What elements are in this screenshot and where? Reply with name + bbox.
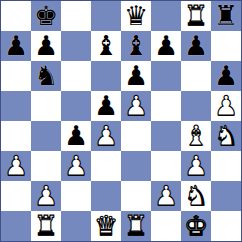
square-d6[interactable] [91, 61, 121, 91]
black-pawn-piece[interactable]: ♟ [184, 31, 208, 61]
square-a6[interactable] [1, 61, 31, 91]
white-pawn-piece[interactable]: ♟ [124, 91, 148, 121]
square-e5[interactable]: ♟ [121, 91, 151, 121]
white-pawn-piece[interactable]: ♟ [34, 181, 58, 211]
white-rook-piece[interactable]: ♜ [184, 1, 208, 31]
square-h4[interactable]: ♞ [211, 121, 241, 151]
square-d8[interactable] [91, 1, 121, 31]
square-c3[interactable]: ♟ [61, 151, 91, 181]
square-d5[interactable]: ♟ [91, 91, 121, 121]
square-b7[interactable]: ♟ [31, 31, 61, 61]
square-f6[interactable] [151, 61, 181, 91]
square-f2[interactable]: ♟ [151, 181, 181, 211]
square-h1[interactable] [211, 211, 241, 241]
square-a2[interactable] [1, 181, 31, 211]
white-knight-piece[interactable]: ♞ [184, 181, 208, 211]
black-knight-piece[interactable]: ♞ [34, 61, 58, 91]
square-c8[interactable] [61, 1, 91, 31]
black-bishop-piece[interactable]: ♝ [94, 31, 118, 61]
square-h2[interactable] [211, 181, 241, 211]
square-c6[interactable] [61, 61, 91, 91]
black-pawn-piece[interactable]: ♟ [4, 31, 28, 61]
square-h6[interactable]: ♟ [211, 61, 241, 91]
square-b5[interactable] [31, 91, 61, 121]
white-queen-piece[interactable]: ♛ [94, 211, 118, 241]
square-h8[interactable]: ♜ [211, 1, 241, 31]
square-c7[interactable] [61, 31, 91, 61]
square-g8[interactable]: ♜ [181, 1, 211, 31]
square-e2[interactable] [121, 181, 151, 211]
square-a8[interactable] [1, 1, 31, 31]
square-g1[interactable]: ♚ [181, 211, 211, 241]
square-g3[interactable]: ♟ [181, 151, 211, 181]
black-king-piece[interactable]: ♚ [34, 1, 58, 31]
square-g2[interactable]: ♞ [181, 181, 211, 211]
white-pawn-piece[interactable]: ♟ [64, 151, 88, 181]
white-pawn-piece[interactable]: ♟ [4, 151, 28, 181]
square-a5[interactable] [1, 91, 31, 121]
square-h3[interactable] [211, 151, 241, 181]
white-bishop-piece[interactable]: ♝ [184, 121, 208, 151]
square-g5[interactable] [181, 91, 211, 121]
square-d3[interactable] [91, 151, 121, 181]
square-f8[interactable] [151, 1, 181, 31]
square-e3[interactable] [121, 151, 151, 181]
white-pawn-piece[interactable]: ♟ [154, 181, 178, 211]
white-rook-piece[interactable]: ♜ [34, 211, 58, 241]
white-king-piece[interactable]: ♚ [184, 211, 208, 241]
chess-board: ♚♛♜♜♟♟♝♝♟♟♞♟♟♟♟♟♟♟♝♞♟♟♟♟♟♞♜♛♜♚ [1, 1, 241, 241]
square-c5[interactable] [61, 91, 91, 121]
white-rook-piece[interactable]: ♜ [124, 211, 148, 241]
chess-board-frame: ♚♛♜♜♟♟♝♝♟♟♞♟♟♟♟♟♟♟♝♞♟♟♟♟♟♞♜♛♜♚ [0, 0, 242, 242]
square-f5[interactable] [151, 91, 181, 121]
square-b2[interactable]: ♟ [31, 181, 61, 211]
black-pawn-piece[interactable]: ♟ [34, 31, 58, 61]
square-e6[interactable]: ♟ [121, 61, 151, 91]
black-pawn-piece[interactable]: ♟ [214, 61, 238, 91]
square-b4[interactable] [31, 121, 61, 151]
white-pawn-piece[interactable]: ♟ [94, 121, 118, 151]
black-queen-piece[interactable]: ♛ [124, 1, 148, 31]
square-a3[interactable]: ♟ [1, 151, 31, 181]
square-b3[interactable] [31, 151, 61, 181]
square-d1[interactable]: ♛ [91, 211, 121, 241]
white-pawn-piece[interactable]: ♟ [214, 91, 238, 121]
black-rook-piece[interactable]: ♜ [214, 1, 238, 31]
square-c2[interactable] [61, 181, 91, 211]
black-pawn-piece[interactable]: ♟ [94, 91, 118, 121]
square-g6[interactable] [181, 61, 211, 91]
square-e4[interactable] [121, 121, 151, 151]
black-bishop-piece[interactable]: ♝ [124, 31, 148, 61]
square-f3[interactable] [151, 151, 181, 181]
square-a7[interactable]: ♟ [1, 31, 31, 61]
black-pawn-piece[interactable]: ♟ [154, 31, 178, 61]
white-knight-piece[interactable]: ♞ [214, 121, 238, 151]
square-a1[interactable] [1, 211, 31, 241]
square-d7[interactable]: ♝ [91, 31, 121, 61]
square-f7[interactable]: ♟ [151, 31, 181, 61]
square-b1[interactable]: ♜ [31, 211, 61, 241]
square-d4[interactable]: ♟ [91, 121, 121, 151]
square-b6[interactable]: ♞ [31, 61, 61, 91]
black-pawn-piece[interactable]: ♟ [64, 121, 88, 151]
square-d2[interactable] [91, 181, 121, 211]
square-h7[interactable] [211, 31, 241, 61]
square-g4[interactable]: ♝ [181, 121, 211, 151]
square-a4[interactable] [1, 121, 31, 151]
square-g7[interactable]: ♟ [181, 31, 211, 61]
square-b8[interactable]: ♚ [31, 1, 61, 31]
square-c4[interactable]: ♟ [61, 121, 91, 151]
square-f4[interactable] [151, 121, 181, 151]
square-h5[interactable]: ♟ [211, 91, 241, 121]
white-pawn-piece[interactable]: ♟ [184, 151, 208, 181]
square-f1[interactable] [151, 211, 181, 241]
square-c1[interactable] [61, 211, 91, 241]
square-e1[interactable]: ♜ [121, 211, 151, 241]
square-e7[interactable]: ♝ [121, 31, 151, 61]
black-pawn-piece[interactable]: ♟ [124, 61, 148, 91]
square-e8[interactable]: ♛ [121, 1, 151, 31]
